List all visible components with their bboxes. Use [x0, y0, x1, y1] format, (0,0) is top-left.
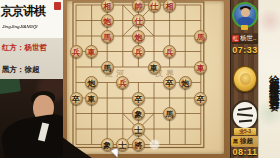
- piece-red-advisor[interactable]: 仕: [148, 0, 161, 12]
- bottom-player-level-badge: 业5-3: [234, 128, 256, 135]
- avatar-face: [241, 8, 250, 17]
- piece-black-cannon[interactable]: 炮: [179, 76, 192, 89]
- logo-box: 京京讲棋 JingJingJIANGQI: [0, 0, 63, 38]
- black-side-badge: 黑: [232, 138, 239, 145]
- piece-black-king[interactable]: 將: [132, 138, 145, 151]
- piece-black-elephant[interactable]: 象: [101, 138, 114, 151]
- red-side-badge: 红: [232, 35, 239, 42]
- crown-icon: [241, 25, 248, 30]
- piece-black-pawn[interactable]: 卒: [70, 92, 83, 105]
- top-player-name: 杨世..: [240, 34, 257, 43]
- piece-black-advisor[interactable]: 士: [132, 123, 145, 136]
- piece-black-pawn[interactable]: 卒: [132, 92, 145, 105]
- piece-red-pawn[interactable]: 兵: [163, 45, 176, 58]
- piece-red-rook[interactable]: 車: [194, 61, 207, 74]
- commentator-photo: [0, 79, 63, 158]
- event-title-banner: 徐超弈客棋缘十猛将擂台赛: [258, 0, 280, 158]
- piece-black-rook[interactable]: 車: [148, 61, 161, 74]
- piece-black-horse[interactable]: 馬: [163, 107, 176, 120]
- top-player-clock: 07:33: [231, 45, 259, 55]
- piece-red-pawn[interactable]: 兵: [70, 45, 83, 58]
- event-title-text: 徐超弈客棋缘十猛将擂台赛: [259, 0, 280, 158]
- black-player-label: 黑方：徐超: [2, 65, 40, 75]
- left-panel: 京京讲棋 JingJingJIANGQI 红方：杨世哲 黑方：徐超: [0, 0, 63, 158]
- bottom-player-name: 徐超: [240, 137, 253, 146]
- table-edge: [0, 79, 21, 95]
- broadcast-frame: 京京讲棋 JingJingJIANGQI 红方：杨世哲 黑方：徐超 楚河 汉界 …: [0, 0, 280, 158]
- piece-black-pawn[interactable]: 卒: [194, 92, 207, 105]
- piece-red-advisor[interactable]: 仕: [132, 14, 145, 27]
- piece-red-cannon[interactable]: 炮: [101, 14, 114, 27]
- calligraphy-stroke: [239, 120, 252, 123]
- piece-red-horse[interactable]: 馬: [101, 30, 114, 43]
- piece-red-king[interactable]: 帥: [132, 0, 145, 12]
- piece-red-elephant[interactable]: 相: [163, 0, 176, 12]
- logo-title: 京京讲棋: [1, 3, 56, 20]
- piece-red-horse[interactable]: 馬: [194, 30, 207, 43]
- commentator-suit: [0, 111, 63, 158]
- piece-red-pawn[interactable]: 兵: [132, 45, 145, 58]
- top-player-nameplate[interactable]: 红 杨世..: [231, 33, 259, 44]
- bottom-player-clock: 08:11: [231, 147, 259, 157]
- calligraphy-stroke: [238, 107, 252, 111]
- players-label-area: 红方：杨世哲 黑方：徐超: [0, 38, 63, 79]
- calligraphy-stroke: [237, 113, 253, 116]
- piece-black-rook[interactable]: 車: [85, 92, 98, 105]
- action-button-icon: [240, 73, 251, 85]
- bottom-player-nameplate[interactable]: 黑 徐超: [231, 136, 259, 147]
- piece-red-cannon[interactable]: 炮: [132, 30, 145, 43]
- bottom-player-avatar[interactable]: [231, 100, 259, 130]
- piece-black-horse[interactable]: 馬: [101, 61, 114, 74]
- piece-red-elephant[interactable]: 相: [101, 0, 114, 12]
- logo-subtitle: JingJingJIANGQI: [2, 24, 38, 28]
- logo-seal-icon: [54, 2, 61, 10]
- piece-black-cannon[interactable]: 炮: [85, 76, 98, 89]
- right-panel: 红 杨世.. 07:33 业5-3 黑 徐超 08:11: [230, 0, 258, 158]
- piece-black-elephant[interactable]: 象: [132, 107, 145, 120]
- board[interactable]: 楚河 汉界 相帥仕相炮仕馬炮馬兵車兵兵馬車車炮兵卒炮卒車卒卒象馬士象士將: [63, 0, 230, 158]
- action-button[interactable]: [233, 66, 257, 92]
- last-move-marker: [150, 140, 159, 149]
- red-player-label: 红方：杨世哲: [2, 43, 47, 53]
- piece-black-pawn[interactable]: 卒: [163, 76, 176, 89]
- piece-red-rook[interactable]: 車: [85, 45, 98, 58]
